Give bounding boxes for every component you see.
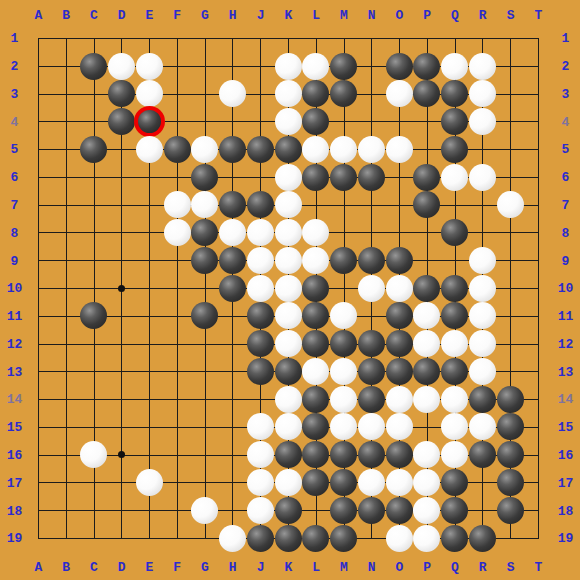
stone-black-O13[interactable] [386,358,413,385]
stone-black-Q3[interactable] [441,80,468,107]
stone-white-O10[interactable] [386,275,413,302]
col-label-Q: Q [451,7,459,22]
col-label-H: H [229,559,237,574]
stone-white-R4[interactable] [469,108,496,135]
stone-white-P16[interactable] [413,441,440,468]
stone-black-G9[interactable] [191,247,218,274]
stone-white-K6[interactable] [275,164,302,191]
stone-black-J11[interactable] [247,302,274,329]
col-label-L: L [312,559,320,574]
row-label-13: 13 [558,364,574,379]
col-label-B: B [62,7,70,22]
stone-black-C2[interactable] [80,53,107,80]
stone-white-R15[interactable] [469,413,496,440]
row-label-8: 8 [562,225,570,240]
row-label-18: 18 [558,503,574,518]
stone-black-P7[interactable] [413,191,440,218]
stone-black-H5[interactable] [219,136,246,163]
row-label-2: 2 [562,59,570,74]
stone-black-Q5[interactable] [441,136,468,163]
row-label-3: 3 [11,86,19,101]
stone-white-E5[interactable] [136,136,163,163]
stone-black-N16[interactable] [358,441,385,468]
stone-black-M17[interactable] [330,469,357,496]
stone-black-J5[interactable] [247,136,274,163]
col-label-F: F [173,7,181,22]
stone-black-P13[interactable] [413,358,440,385]
stone-white-P11[interactable] [413,302,440,329]
stone-black-P3[interactable] [413,80,440,107]
stone-white-M13[interactable] [330,358,357,385]
stone-black-N6[interactable] [358,164,385,191]
row-label-5: 5 [11,142,19,157]
col-label-D: D [118,559,126,574]
row-label-16: 16 [7,448,23,463]
stone-white-J10[interactable] [247,275,274,302]
stone-white-N15[interactable] [358,413,385,440]
stone-black-R19[interactable] [469,525,496,552]
stone-black-D4[interactable] [108,108,135,135]
row-label-12: 12 [7,336,23,351]
stone-white-Q6[interactable] [441,164,468,191]
stone-black-C5[interactable] [80,136,107,163]
stone-black-P6[interactable] [413,164,440,191]
stone-black-Q4[interactable] [441,108,468,135]
stone-white-L2[interactable] [302,53,329,80]
col-label-M: M [340,559,348,574]
row-label-11: 11 [558,309,574,324]
stone-black-L4[interactable] [302,108,329,135]
stone-black-L11[interactable] [302,302,329,329]
col-label-C: C [90,7,98,22]
stone-black-S17[interactable] [497,469,524,496]
stone-white-J17[interactable] [247,469,274,496]
stone-white-Q12[interactable] [441,330,468,357]
stone-white-J8[interactable] [247,219,274,246]
row-label-4: 4 [562,114,570,129]
col-label-S: S [507,7,515,22]
stone-black-K16[interactable] [275,441,302,468]
col-label-G: G [201,559,209,574]
stone-white-E17[interactable] [136,469,163,496]
col-label-A: A [34,559,42,574]
col-label-P: P [423,7,431,22]
col-label-J: J [257,559,265,574]
stone-white-K12[interactable] [275,330,302,357]
stone-white-L9[interactable] [302,247,329,274]
row-label-17: 17 [558,475,574,490]
stone-white-S7[interactable] [497,191,524,218]
col-label-H: H [229,7,237,22]
row-label-8: 8 [11,225,19,240]
stone-black-M19[interactable] [330,525,357,552]
row-label-1: 1 [562,31,570,46]
col-label-R: R [479,559,487,574]
stone-black-O12[interactable] [386,330,413,357]
row-label-2: 2 [11,59,19,74]
stone-black-N12[interactable] [358,330,385,357]
col-label-G: G [201,7,209,22]
stone-white-M11[interactable] [330,302,357,329]
stone-white-P17[interactable] [413,469,440,496]
stone-black-N9[interactable] [358,247,385,274]
row-label-17: 17 [7,475,23,490]
col-label-E: E [146,559,154,574]
stone-black-M12[interactable] [330,330,357,357]
stone-black-G6[interactable] [191,164,218,191]
stone-black-L3[interactable] [302,80,329,107]
stone-black-P10[interactable] [413,275,440,302]
stone-white-N10[interactable] [358,275,385,302]
stone-black-S15[interactable] [497,413,524,440]
stone-black-H9[interactable] [219,247,246,274]
star-point-D16 [118,451,125,458]
stone-black-Q19[interactable] [441,525,468,552]
stone-black-O2[interactable] [386,53,413,80]
row-label-15: 15 [558,420,574,435]
stone-black-J19[interactable] [247,525,274,552]
row-label-18: 18 [7,503,23,518]
stone-black-Q11[interactable] [441,302,468,329]
row-label-11: 11 [7,309,23,324]
stone-white-L5[interactable] [302,136,329,163]
col-label-S: S [507,559,515,574]
stone-black-Q10[interactable] [441,275,468,302]
stone-white-Q2[interactable] [441,53,468,80]
row-label-15: 15 [7,420,23,435]
stone-white-H19[interactable] [219,525,246,552]
col-label-K: K [284,7,292,22]
row-label-1: 1 [11,31,19,46]
stone-black-M9[interactable] [330,247,357,274]
col-label-O: O [396,7,404,22]
stone-black-J7[interactable] [247,191,274,218]
stone-white-L13[interactable] [302,358,329,385]
stone-black-M6[interactable] [330,164,357,191]
row-label-5: 5 [562,142,570,157]
star-point-D10 [118,285,125,292]
stone-white-N5[interactable] [358,136,385,163]
stone-white-M5[interactable] [330,136,357,163]
stone-white-R3[interactable] [469,80,496,107]
stone-black-O9[interactable] [386,247,413,274]
stone-black-O18[interactable] [386,497,413,524]
stone-white-C16[interactable] [80,441,107,468]
stone-black-M18[interactable] [330,497,357,524]
stone-white-K3[interactable] [275,80,302,107]
stone-black-S18[interactable] [497,497,524,524]
stone-black-F5[interactable] [164,136,191,163]
stone-black-O11[interactable] [386,302,413,329]
stone-white-K8[interactable] [275,219,302,246]
stone-white-R13[interactable] [469,358,496,385]
col-label-C: C [90,559,98,574]
col-label-A: A [34,7,42,22]
stone-white-O17[interactable] [386,469,413,496]
stone-white-P19[interactable] [413,525,440,552]
col-label-K: K [284,559,292,574]
col-label-E: E [146,7,154,22]
stone-white-G18[interactable] [191,497,218,524]
stone-white-E2[interactable] [136,53,163,80]
stone-black-Q18[interactable] [441,497,468,524]
stone-black-G8[interactable] [191,219,218,246]
stone-white-Q15[interactable] [441,413,468,440]
stone-white-F7[interactable] [164,191,191,218]
stone-white-J15[interactable] [247,413,274,440]
stone-white-O14[interactable] [386,386,413,413]
stone-white-O3[interactable] [386,80,413,107]
stone-black-L17[interactable] [302,469,329,496]
stone-black-L19[interactable] [302,525,329,552]
stone-black-K18[interactable] [275,497,302,524]
col-label-T: T [534,7,542,22]
row-label-9: 9 [562,253,570,268]
stone-white-F8[interactable] [164,219,191,246]
stones-layer[interactable] [24,24,552,552]
row-label-19: 19 [7,531,23,546]
stone-white-J9[interactable] [247,247,274,274]
col-label-M: M [340,7,348,22]
stone-white-R12[interactable] [469,330,496,357]
row-label-12: 12 [558,336,574,351]
stone-white-N17[interactable] [358,469,385,496]
stone-white-Q14[interactable] [441,386,468,413]
stone-white-J16[interactable] [247,441,274,468]
stone-white-M15[interactable] [330,413,357,440]
row-label-10: 10 [7,281,23,296]
stone-white-P12[interactable] [413,330,440,357]
stone-white-O15[interactable] [386,413,413,440]
stone-white-K17[interactable] [275,469,302,496]
stone-black-R16[interactable] [469,441,496,468]
stone-white-Q16[interactable] [441,441,468,468]
stone-white-P14[interactable] [413,386,440,413]
stone-white-R2[interactable] [469,53,496,80]
stone-black-P2[interactable] [413,53,440,80]
col-label-J: J [257,7,265,22]
row-label-16: 16 [558,448,574,463]
stone-black-G11[interactable] [191,302,218,329]
stone-black-M16[interactable] [330,441,357,468]
stone-white-G5[interactable] [191,136,218,163]
row-label-7: 7 [11,197,19,212]
col-label-P: P [423,559,431,574]
col-label-B: B [62,559,70,574]
col-label-O: O [396,559,404,574]
stone-white-O19[interactable] [386,525,413,552]
stone-white-R9[interactable] [469,247,496,274]
col-label-L: L [312,7,320,22]
stone-black-N13[interactable] [358,358,385,385]
stone-white-K10[interactable] [275,275,302,302]
stone-white-R6[interactable] [469,164,496,191]
row-label-19: 19 [558,531,574,546]
stone-black-L10[interactable] [302,275,329,302]
col-label-R: R [479,7,487,22]
stone-black-K5[interactable] [275,136,302,163]
stone-white-D2[interactable] [108,53,135,80]
col-label-T: T [534,559,542,574]
row-label-10: 10 [558,281,574,296]
stone-black-K13[interactable] [275,358,302,385]
stone-black-S14[interactable] [497,386,524,413]
stone-white-R10[interactable] [469,275,496,302]
stone-black-O16[interactable] [386,441,413,468]
stone-white-K15[interactable] [275,413,302,440]
col-label-N: N [368,7,376,22]
row-label-6: 6 [562,170,570,185]
stone-white-M14[interactable] [330,386,357,413]
row-label-3: 3 [562,86,570,101]
row-label-14: 14 [7,392,23,407]
stone-white-L8[interactable] [302,219,329,246]
stone-white-K11[interactable] [275,302,302,329]
stone-white-K4[interactable] [275,108,302,135]
row-label-7: 7 [562,197,570,212]
stone-black-Q17[interactable] [441,469,468,496]
stone-black-J13[interactable] [247,358,274,385]
stone-black-K19[interactable] [275,525,302,552]
last-move-stone-E4[interactable] [134,106,165,137]
stone-white-J18[interactable] [247,497,274,524]
stone-white-P18[interactable] [413,497,440,524]
col-label-D: D [118,7,126,22]
row-label-13: 13 [7,364,23,379]
stone-white-K14[interactable] [275,386,302,413]
stone-white-R11[interactable] [469,302,496,329]
row-label-9: 9 [11,253,19,268]
stone-black-C11[interactable] [80,302,107,329]
stone-black-L6[interactable] [302,164,329,191]
row-label-6: 6 [11,170,19,185]
stone-black-H10[interactable] [219,275,246,302]
stone-black-L15[interactable] [302,413,329,440]
stone-white-E3[interactable] [136,80,163,107]
row-label-14: 14 [558,392,574,407]
stone-black-M3[interactable] [330,80,357,107]
stone-white-K2[interactable] [275,53,302,80]
stone-black-L16[interactable] [302,441,329,468]
stone-black-D3[interactable] [108,80,135,107]
stone-white-K7[interactable] [275,191,302,218]
stone-black-L14[interactable] [302,386,329,413]
stone-white-H8[interactable] [219,219,246,246]
stone-black-L12[interactable] [302,330,329,357]
stone-white-O5[interactable] [386,136,413,163]
stone-black-Q8[interactable] [441,219,468,246]
row-label-4: 4 [11,114,19,129]
col-label-F: F [173,559,181,574]
stone-black-N18[interactable] [358,497,385,524]
stone-black-Q13[interactable] [441,358,468,385]
col-label-Q: Q [451,559,459,574]
stone-white-K9[interactable] [275,247,302,274]
stone-black-R14[interactable] [469,386,496,413]
stone-black-H7[interactable] [219,191,246,218]
stone-white-G7[interactable] [191,191,218,218]
stone-black-J12[interactable] [247,330,274,357]
stone-black-N14[interactable] [358,386,385,413]
stone-white-H3[interactable] [219,80,246,107]
go-board[interactable]: ABCDEFGHJKLMNOPQRST ABCDEFGHJKLMNOPQRST … [0,0,580,580]
stone-black-S16[interactable] [497,441,524,468]
stone-black-M2[interactable] [330,53,357,80]
col-label-N: N [368,559,376,574]
